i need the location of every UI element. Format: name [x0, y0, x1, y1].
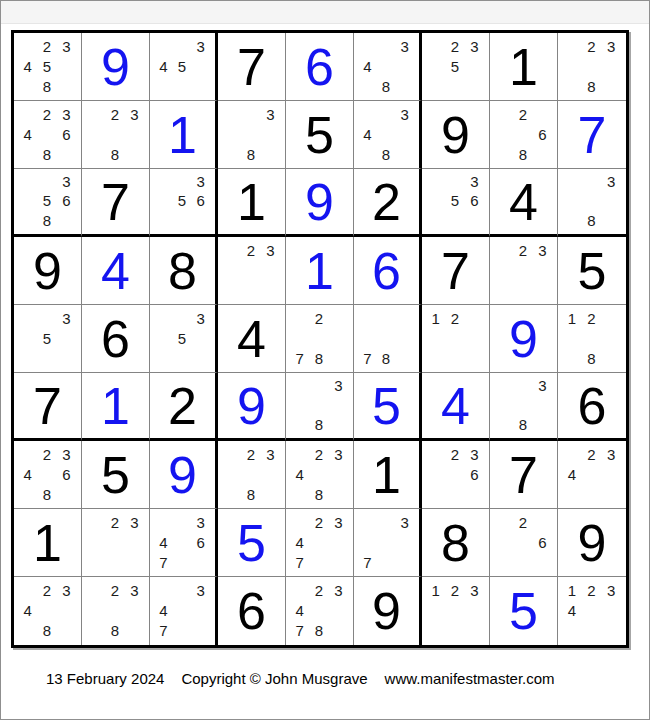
candidate-empty-slot	[494, 280, 513, 300]
candidate-empty-slot	[125, 552, 144, 572]
candidate-empty-slot	[154, 348, 173, 368]
candidate-digit: 7	[290, 552, 309, 572]
candidates: 23	[218, 237, 285, 304]
candidate-digit: 2	[105, 580, 124, 600]
cell-r7c6[interactable]: 1	[354, 441, 422, 509]
candidate-empty-slot	[154, 76, 173, 96]
cell-r3c9[interactable]: 38	[558, 169, 626, 237]
candidate-empty-slot	[309, 464, 328, 484]
cell-r7c8[interactable]: 7	[490, 441, 558, 509]
cell-r8c8[interactable]: 26	[490, 509, 558, 577]
candidate-empty-slot	[57, 348, 76, 368]
candidate-digit: 8	[37, 144, 56, 164]
candidates: 2347	[286, 509, 353, 576]
candidate-empty-slot	[57, 144, 76, 164]
candidate-empty-slot	[86, 104, 105, 124]
cell-r5c5[interactable]: 278	[286, 305, 354, 373]
candidate-digit: 3	[601, 444, 621, 464]
candidate-empty-slot	[562, 191, 582, 210]
cell-value-given: 6	[558, 373, 626, 438]
candidate-digit: 8	[377, 144, 396, 164]
cell-r3c4[interactable]: 1	[218, 169, 286, 237]
candidate-digit: 3	[191, 512, 210, 532]
candidate-digit: 3	[191, 580, 210, 600]
cell-value-given: 5	[82, 441, 149, 508]
candidate-empty-slot	[86, 124, 105, 144]
candidate-digit: 8	[37, 211, 56, 230]
candidate-digit: 2	[241, 444, 260, 464]
candidate-empty-slot	[18, 328, 37, 348]
candidate-empty-slot	[18, 484, 37, 504]
candidate-empty-slot	[222, 464, 241, 484]
candidate-empty-slot	[105, 600, 124, 620]
candidate-digit: 2	[445, 444, 464, 464]
candidate-digit: 5	[445, 56, 464, 76]
cell-r2c9[interactable]: 7	[558, 101, 626, 169]
candidate-empty-slot	[601, 211, 621, 230]
cell-r1c1[interactable]: 23458	[14, 33, 82, 101]
cell-r8c3[interactable]: 3467	[150, 509, 218, 577]
candidate-empty-slot	[173, 512, 192, 532]
candidate-empty-slot	[173, 76, 192, 96]
candidates: 347	[150, 577, 215, 645]
candidate-digit: 3	[465, 580, 484, 600]
candidate-empty-slot	[465, 308, 484, 328]
candidate-empty-slot	[601, 600, 621, 620]
cell-r2c7[interactable]: 9	[422, 101, 490, 169]
cell-r1c9[interactable]: 238	[558, 33, 626, 101]
cell-r8c7[interactable]: 8	[422, 509, 490, 577]
cell-r6c1[interactable]: 7	[14, 373, 82, 441]
candidate-empty-slot	[562, 76, 582, 96]
cell-r6c8[interactable]: 38	[490, 373, 558, 441]
candidate-empty-slot	[125, 600, 144, 620]
candidate-empty-slot	[395, 308, 414, 328]
cell-r5c1[interactable]: 35	[14, 305, 82, 373]
cell-value-given: 5	[558, 237, 626, 304]
candidate-digit: 3	[125, 512, 144, 532]
candidate-empty-slot	[533, 512, 552, 532]
candidate-empty-slot	[18, 104, 37, 124]
candidates: 38	[286, 373, 353, 438]
candidate-digit: 3	[57, 36, 76, 56]
cell-r8c6[interactable]: 37	[354, 509, 422, 577]
cell-r6c7[interactable]: 4	[422, 373, 490, 441]
cell-value-given: 7	[422, 237, 489, 304]
candidates: 123	[422, 577, 489, 645]
candidate-empty-slot	[57, 621, 76, 641]
cell-r9c3[interactable]: 347	[150, 577, 218, 645]
cell-r1c3[interactable]: 345	[150, 33, 218, 101]
candidate-empty-slot	[222, 280, 241, 300]
candidate-digit: 4	[18, 124, 37, 144]
candidate-empty-slot	[173, 211, 192, 230]
candidate-empty-slot	[513, 260, 532, 280]
candidate-empty-slot	[173, 621, 192, 641]
candidate-empty-slot	[358, 512, 377, 532]
candidate-empty-slot	[173, 36, 192, 56]
cell-r6c6[interactable]: 5	[354, 373, 422, 441]
candidate-empty-slot	[18, 36, 37, 56]
candidate-empty-slot	[395, 328, 414, 348]
candidate-digit: 2	[37, 36, 56, 56]
cell-r2c5[interactable]: 5	[286, 101, 354, 169]
candidate-digit: 8	[105, 621, 124, 641]
candidate-digit: 8	[377, 348, 396, 368]
candidate-empty-slot	[329, 464, 348, 484]
candidates: 356	[422, 169, 489, 234]
cell-r6c2[interactable]: 1	[82, 373, 150, 441]
cell-r5c8[interactable]: 9	[490, 305, 558, 373]
candidate-empty-slot	[309, 395, 328, 414]
candidate-empty-slot	[358, 328, 377, 348]
candidate-empty-slot	[173, 532, 192, 552]
candidate-digit: 2	[37, 104, 56, 124]
candidate-empty-slot	[445, 211, 464, 230]
cell-r7c3[interactable]: 9	[150, 441, 218, 509]
candidate-empty-slot	[445, 348, 464, 368]
candidate-empty-slot	[57, 328, 76, 348]
candidate-digit: 3	[601, 172, 621, 191]
cell-r9c2[interactable]: 238	[82, 577, 150, 645]
candidate-digit: 8	[309, 484, 328, 504]
candidates: 3568	[14, 169, 81, 234]
cell-r9c9[interactable]: 1234	[558, 577, 626, 645]
cell-r5c3[interactable]: 35	[150, 305, 218, 373]
footer: 13 February 2024 Copyright © John Musgra…	[46, 670, 555, 687]
cell-r7c5[interactable]: 2348	[286, 441, 354, 509]
cell-r9c5[interactable]: 23478	[286, 577, 354, 645]
candidate-empty-slot	[37, 308, 56, 328]
candidate-digit: 2	[513, 104, 532, 124]
candidate-empty-slot	[358, 76, 377, 96]
candidate-empty-slot	[191, 211, 210, 230]
candidate-empty-slot	[154, 328, 173, 348]
candidate-empty-slot	[18, 211, 37, 230]
candidate-empty-slot	[37, 600, 56, 620]
cell-value-given: 7	[82, 169, 149, 234]
candidates: 38	[558, 169, 626, 234]
candidate-empty-slot	[562, 621, 582, 641]
candidate-empty-slot	[154, 172, 173, 191]
cell-r4c9[interactable]: 5	[558, 237, 626, 305]
candidate-digit: 6	[191, 532, 210, 552]
candidate-empty-slot	[465, 621, 484, 641]
candidate-empty-slot	[329, 395, 348, 414]
cell-value-given: 9	[558, 509, 626, 576]
cell-r6c9[interactable]: 6	[558, 373, 626, 441]
candidate-digit: 3	[191, 172, 210, 191]
candidate-digit: 3	[57, 308, 76, 328]
candidate-empty-slot	[494, 144, 513, 164]
candidate-digit: 8	[309, 621, 328, 641]
candidate-empty-slot	[261, 144, 280, 164]
candidate-empty-slot	[309, 376, 328, 395]
cell-r2c3[interactable]: 1	[150, 101, 218, 169]
candidate-empty-slot	[105, 532, 124, 552]
candidate-empty-slot	[86, 580, 105, 600]
candidate-empty-slot	[562, 36, 582, 56]
candidates: 2348	[14, 577, 81, 645]
cell-r8c1[interactable]: 1	[14, 509, 82, 577]
cell-r1c5[interactable]: 6	[286, 33, 354, 101]
cell-r8c9[interactable]: 9	[558, 509, 626, 577]
candidate-empty-slot	[86, 552, 105, 572]
cell-r7c4[interactable]: 238	[218, 441, 286, 509]
cell-r9c8[interactable]: 5	[490, 577, 558, 645]
cell-r1c4[interactable]: 7	[218, 33, 286, 101]
candidates: 26	[490, 509, 557, 576]
candidates: 2348	[286, 441, 353, 508]
candidate-empty-slot	[377, 308, 396, 328]
candidate-digit: 2	[513, 512, 532, 532]
cell-r1c2[interactable]: 9	[82, 33, 150, 101]
cell-r6c5[interactable]: 38	[286, 373, 354, 441]
candidates: 238	[558, 33, 626, 100]
cell-value-solved: 9	[218, 373, 285, 438]
candidate-digit: 3	[125, 580, 144, 600]
candidate-empty-slot	[37, 348, 56, 368]
candidates: 3467	[150, 509, 215, 576]
cell-r4c6[interactable]: 6	[354, 237, 422, 305]
candidate-digit: 4	[562, 464, 582, 484]
candidate-empty-slot	[494, 395, 513, 414]
candidate-empty-slot	[191, 621, 210, 641]
candidate-digit: 4	[18, 600, 37, 620]
candidate-empty-slot	[513, 552, 532, 572]
cell-value-solved: 6	[286, 33, 353, 100]
candidate-empty-slot	[426, 211, 445, 230]
candidate-digit: 8	[582, 348, 602, 368]
candidate-digit: 6	[533, 532, 552, 552]
candidate-digit: 5	[173, 328, 192, 348]
window-top-strip	[1, 1, 649, 24]
cell-r3c8[interactable]: 4	[490, 169, 558, 237]
cell-r5c7[interactable]: 12	[422, 305, 490, 373]
cell-r7c2[interactable]: 5	[82, 441, 150, 509]
candidate-empty-slot	[290, 580, 309, 600]
cell-value-solved: 4	[82, 237, 149, 304]
cell-r8c5[interactable]: 2347	[286, 509, 354, 577]
candidate-empty-slot	[601, 56, 621, 76]
cell-r2c8[interactable]: 268	[490, 101, 558, 169]
candidate-digit: 2	[582, 36, 602, 56]
candidate-empty-slot	[191, 552, 210, 572]
candidate-digit: 3	[533, 240, 552, 260]
sudoku-board: 2345893457634823512382346823813853489268…	[11, 30, 629, 648]
candidate-digit: 1	[562, 580, 582, 600]
candidate-empty-slot	[377, 36, 396, 56]
candidate-empty-slot	[18, 444, 37, 464]
cell-r9c1[interactable]: 2348	[14, 577, 82, 645]
candidates: 128	[558, 305, 626, 372]
candidate-empty-slot	[222, 260, 241, 280]
candidate-digit: 6	[465, 191, 484, 210]
candidate-empty-slot	[533, 280, 552, 300]
candidate-digit: 6	[57, 124, 76, 144]
candidates: 12	[422, 305, 489, 372]
candidate-empty-slot	[582, 56, 602, 76]
candidate-empty-slot	[191, 56, 210, 76]
cell-r4c7[interactable]: 7	[422, 237, 490, 305]
candidate-empty-slot	[222, 444, 241, 464]
cell-r8c2[interactable]: 23	[82, 509, 150, 577]
candidate-digit: 2	[105, 512, 124, 532]
candidate-empty-slot	[533, 415, 552, 434]
cell-r1c6[interactable]: 348	[354, 33, 422, 101]
candidate-empty-slot	[18, 308, 37, 328]
candidate-empty-slot	[154, 308, 173, 328]
candidate-empty-slot	[601, 328, 621, 348]
cell-r1c8[interactable]: 1	[490, 33, 558, 101]
candidate-empty-slot	[465, 348, 484, 368]
cell-r2c4[interactable]: 38	[218, 101, 286, 169]
candidate-empty-slot	[309, 552, 328, 572]
cell-r3c2[interactable]: 7	[82, 169, 150, 237]
candidate-empty-slot	[445, 76, 464, 96]
cell-r5c6[interactable]: 78	[354, 305, 422, 373]
candidate-digit: 3	[395, 104, 414, 124]
candidate-empty-slot	[57, 211, 76, 230]
candidate-digit: 3	[191, 308, 210, 328]
candidate-empty-slot	[329, 348, 348, 368]
candidate-empty-slot	[358, 144, 377, 164]
candidate-empty-slot	[329, 484, 348, 504]
cell-r9c7[interactable]: 123	[422, 577, 490, 645]
cell-r9c4[interactable]: 6	[218, 577, 286, 645]
candidate-digit: 2	[582, 308, 602, 328]
candidate-empty-slot	[533, 144, 552, 164]
candidate-empty-slot	[513, 532, 532, 552]
candidate-empty-slot	[494, 552, 513, 572]
cell-r3c6[interactable]: 2	[354, 169, 422, 237]
cell-r5c4[interactable]: 4	[218, 305, 286, 373]
cell-value-given: 4	[218, 305, 285, 372]
cell-r4c5[interactable]: 1	[286, 237, 354, 305]
cell-r2c6[interactable]: 348	[354, 101, 422, 169]
candidate-digit: 5	[173, 191, 192, 210]
candidate-empty-slot	[173, 308, 192, 328]
candidate-empty-slot	[582, 464, 602, 484]
cell-r2c2[interactable]: 238	[82, 101, 150, 169]
candidate-empty-slot	[601, 76, 621, 96]
cell-r3c1[interactable]: 3568	[14, 169, 82, 237]
candidate-digit: 8	[513, 144, 532, 164]
candidate-empty-slot	[241, 464, 260, 484]
candidate-digit: 8	[309, 415, 328, 434]
candidate-empty-slot	[426, 328, 445, 348]
candidate-empty-slot	[465, 600, 484, 620]
candidate-digit: 2	[445, 308, 464, 328]
candidate-digit: 6	[57, 464, 76, 484]
cell-value-given: 2	[150, 373, 215, 438]
cell-value-given: 1	[354, 441, 419, 508]
candidate-empty-slot	[358, 36, 377, 56]
candidate-empty-slot	[494, 104, 513, 124]
cell-r6c4[interactable]: 9	[218, 373, 286, 441]
cell-r4c2[interactable]: 4	[82, 237, 150, 305]
candidate-digit: 3	[125, 104, 144, 124]
candidate-digit: 2	[105, 104, 124, 124]
cell-r7c7[interactable]: 236	[422, 441, 490, 509]
cell-r7c1[interactable]: 23468	[14, 441, 82, 509]
cell-r7c9[interactable]: 234	[558, 441, 626, 509]
cell-r4c3[interactable]: 8	[150, 237, 218, 305]
candidate-digit: 2	[309, 308, 328, 328]
candidate-empty-slot	[494, 240, 513, 260]
candidates: 35	[150, 305, 215, 372]
candidate-empty-slot	[309, 328, 328, 348]
candidate-empty-slot	[57, 600, 76, 620]
candidate-empty-slot	[445, 484, 464, 504]
candidate-empty-slot	[173, 552, 192, 572]
candidate-digit: 4	[290, 532, 309, 552]
candidate-empty-slot	[582, 621, 602, 641]
candidates: 238	[82, 577, 149, 645]
candidate-empty-slot	[191, 348, 210, 368]
candidate-empty-slot	[18, 621, 37, 641]
cell-value-solved: 6	[354, 237, 419, 304]
cell-value-solved: 1	[150, 101, 215, 168]
candidate-digit: 3	[465, 172, 484, 191]
candidate-empty-slot	[37, 124, 56, 144]
candidate-empty-slot	[125, 621, 144, 641]
candidate-empty-slot	[426, 484, 445, 504]
candidate-empty-slot	[377, 56, 396, 76]
cell-r5c2[interactable]: 6	[82, 305, 150, 373]
candidate-empty-slot	[395, 532, 414, 552]
cell-r8c4[interactable]: 5	[218, 509, 286, 577]
candidate-empty-slot	[290, 308, 309, 328]
cell-r4c8[interactable]: 23	[490, 237, 558, 305]
candidates: 35	[14, 305, 81, 372]
candidate-empty-slot	[426, 76, 445, 96]
candidate-empty-slot	[173, 348, 192, 368]
cell-r5c9[interactable]: 128	[558, 305, 626, 373]
cell-r1c7[interactable]: 235	[422, 33, 490, 101]
candidate-empty-slot	[377, 532, 396, 552]
candidate-empty-slot	[513, 395, 532, 414]
cell-r2c1[interactable]: 23468	[14, 101, 82, 169]
candidate-empty-slot	[57, 484, 76, 504]
candidate-digit: 8	[241, 144, 260, 164]
cell-r4c1[interactable]: 9	[14, 237, 82, 305]
candidate-empty-slot	[601, 348, 621, 368]
candidate-empty-slot	[426, 172, 445, 191]
candidates: 23468	[14, 101, 81, 168]
candidates: 278	[286, 305, 353, 372]
candidates: 23	[82, 509, 149, 576]
candidate-empty-slot	[445, 328, 464, 348]
cell-r3c7[interactable]: 356	[422, 169, 490, 237]
candidates: 235	[422, 33, 489, 100]
candidate-empty-slot	[465, 328, 484, 348]
candidate-empty-slot	[57, 76, 76, 96]
candidate-empty-slot	[18, 191, 37, 210]
cell-value-solved: 5	[354, 373, 419, 438]
cell-r9c6[interactable]: 9	[354, 577, 422, 645]
cell-r4c4[interactable]: 23	[218, 237, 286, 305]
cell-r3c5[interactable]: 9	[286, 169, 354, 237]
cell-r3c3[interactable]: 356	[150, 169, 218, 237]
candidate-empty-slot	[37, 172, 56, 191]
cell-r6c3[interactable]: 2	[150, 373, 218, 441]
candidate-empty-slot	[426, 600, 445, 620]
candidate-empty-slot	[191, 76, 210, 96]
candidate-empty-slot	[582, 191, 602, 210]
candidate-empty-slot	[601, 621, 621, 641]
candidate-empty-slot	[445, 600, 464, 620]
